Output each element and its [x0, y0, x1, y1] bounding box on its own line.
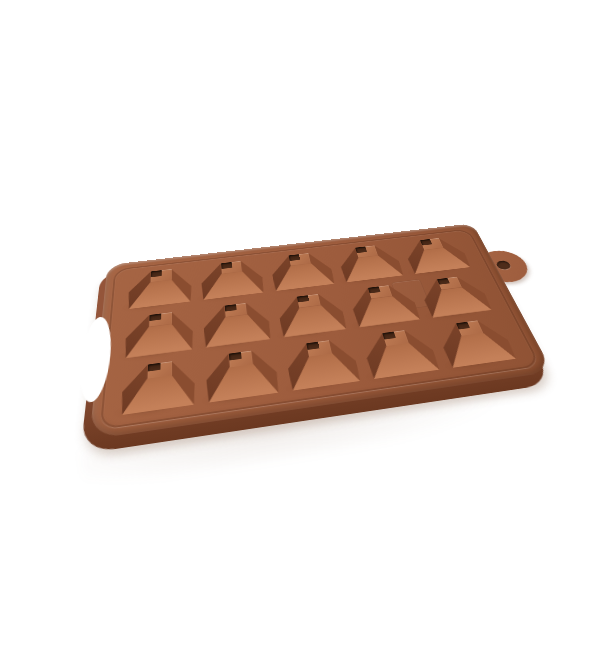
pyramid-square-hole [228, 352, 241, 361]
pyramid-cavity-r1-c5 [401, 235, 472, 274]
pyramid-cavity-r3-c2 [205, 346, 280, 403]
pyramid-cavity-r3-c4 [360, 326, 440, 379]
pyramid-cavity-r2-c4 [347, 281, 421, 327]
pyramid-square-hole [307, 342, 320, 350]
pyramid-cavity-r2-c3 [276, 290, 348, 337]
pyramid-square-hole [148, 363, 161, 372]
pyramid-square-hole [151, 270, 162, 277]
pyramid-square-hole [149, 313, 161, 321]
pyramid-cavity-r2-c5 [416, 273, 492, 318]
pyramid-cavity-r3-c3 [284, 336, 362, 391]
pyramid-square-hole [297, 295, 309, 302]
pyramid-square-hole [382, 332, 396, 340]
pyramid-cavity-r1-c4 [336, 242, 405, 282]
pyramid-square-hole [289, 254, 301, 260]
pyramid-cavity-r3-c5 [434, 316, 517, 368]
pyramid-square-hole [221, 262, 232, 269]
pyramid-cavity-r2-c1 [124, 308, 193, 358]
pyramid-square-hole [368, 286, 381, 293]
pyramid-cavity-r1-c3 [269, 250, 335, 291]
pyramid-cavity-r1-c1 [128, 266, 192, 310]
pyramid-square-hole [355, 247, 367, 253]
pyramid-square-hole [456, 322, 470, 330]
pyramid-cavity-r3-c1 [121, 357, 196, 416]
pyramid-square-hole [437, 278, 450, 285]
photo-background [0, 0, 592, 651]
pyramid-cavity-r1-c2 [200, 258, 264, 301]
pyramid-square-hole [420, 239, 432, 245]
pyramid-cavity-r2-c2 [203, 299, 272, 348]
pyramid-square-hole [224, 304, 236, 311]
